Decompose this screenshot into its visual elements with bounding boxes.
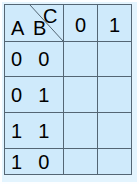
kmap-cell-r00-c1 (98, 42, 131, 77)
kmap-cell-r10-c0 (64, 149, 98, 174)
kmap-margin: A B C 0 1 0 0 0 1 (2, 2, 137, 182)
row-label-01: 0 1 (5, 77, 64, 113)
col-header-c1: 1 (98, 5, 131, 42)
col-header-c0: 0 (64, 5, 98, 42)
row-label-a: 1 (11, 121, 22, 141)
row-label-00: 0 0 (5, 42, 64, 77)
row-label-b: 0 (38, 152, 49, 172)
kmap-cell-r11-c0 (64, 113, 98, 149)
row-label-11: 1 1 (5, 113, 64, 149)
kmap-cell-r00-c0 (64, 42, 98, 77)
col-var-c-label: C (43, 6, 57, 26)
row-label-a: 0 (11, 85, 22, 105)
kmap-cell-r01-c0 (64, 77, 98, 113)
row-var-a-label: A (11, 18, 24, 38)
kmap-corner-cell: A B C (5, 5, 64, 42)
col-header-c1-label: 1 (109, 15, 120, 35)
row-label-b: 1 (38, 121, 49, 141)
row-label-b: 1 (38, 85, 49, 105)
page-background: A B C 0 1 0 0 0 1 (0, 0, 139, 184)
kmap-cell-r01-c1 (98, 77, 131, 113)
kmap-cell-r10-c1 (98, 149, 131, 174)
row-label-a: 0 (11, 49, 22, 69)
row-label-b: 0 (38, 49, 49, 69)
col-header-c0-label: 0 (75, 15, 86, 35)
kmap-cell-r11-c1 (98, 113, 131, 149)
row-label-a: 1 (11, 152, 22, 172)
row-label-10: 1 0 (5, 149, 64, 174)
kmap-table: A B C 0 1 0 0 0 1 (4, 4, 132, 175)
